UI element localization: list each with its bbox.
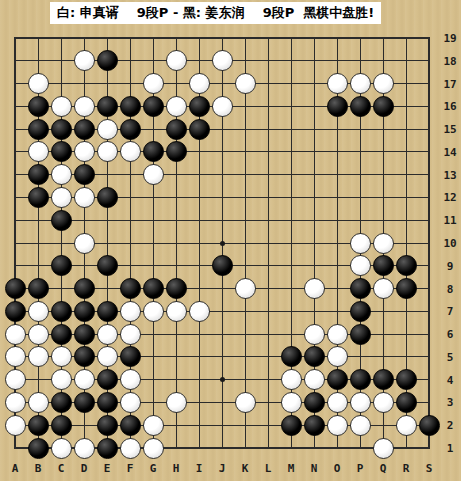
col-label-L: L	[265, 462, 272, 475]
stone-black	[51, 119, 72, 140]
stone-black	[51, 324, 72, 345]
row-label-8: 8	[447, 282, 454, 295]
grid-line	[268, 37, 269, 449]
col-label-C: C	[58, 462, 65, 475]
stone-white	[5, 324, 26, 345]
stone-black	[28, 96, 49, 117]
stone-white	[327, 415, 348, 436]
stone-white	[97, 346, 118, 367]
stone-white	[120, 369, 141, 390]
row-label-16: 16	[443, 100, 456, 113]
stone-black	[166, 119, 187, 140]
stone-white	[28, 301, 49, 322]
stone-white	[143, 301, 164, 322]
stone-white	[189, 73, 210, 94]
row-label-18: 18	[443, 54, 456, 67]
stone-black	[97, 301, 118, 322]
stone-white	[97, 119, 118, 140]
stone-white	[350, 392, 371, 413]
col-label-K: K	[242, 462, 249, 475]
row-label-15: 15	[443, 123, 456, 136]
stone-black	[97, 415, 118, 436]
stone-black	[304, 392, 325, 413]
stone-black	[51, 210, 72, 231]
stone-black	[74, 119, 95, 140]
row-label-9: 9	[447, 259, 454, 272]
stone-black	[281, 346, 302, 367]
stone-black	[396, 255, 417, 276]
star-point	[220, 241, 225, 246]
stone-white	[373, 392, 394, 413]
row-label-3: 3	[447, 396, 454, 409]
stone-white	[51, 438, 72, 459]
stone-black	[51, 301, 72, 322]
stone-white	[281, 392, 302, 413]
stone-black	[304, 415, 325, 436]
stone-black	[97, 96, 118, 117]
stone-black	[350, 301, 371, 322]
stone-black	[28, 119, 49, 140]
stone-black	[51, 141, 72, 162]
stone-white	[304, 369, 325, 390]
stone-white	[235, 392, 256, 413]
stone-white	[143, 415, 164, 436]
stone-white	[97, 141, 118, 162]
stone-white	[373, 73, 394, 94]
col-label-A: A	[12, 462, 19, 475]
stone-white	[28, 324, 49, 345]
stone-white	[74, 233, 95, 254]
stone-black	[166, 278, 187, 299]
stone-black	[5, 278, 26, 299]
stone-black	[350, 278, 371, 299]
stone-white	[74, 96, 95, 117]
stone-white	[166, 301, 187, 322]
stone-black	[74, 324, 95, 345]
stone-black	[419, 415, 440, 436]
stone-black	[373, 255, 394, 276]
row-label-13: 13	[443, 168, 456, 181]
stone-white	[166, 50, 187, 71]
stone-black	[28, 278, 49, 299]
stone-white	[74, 369, 95, 390]
stone-black	[97, 392, 118, 413]
stone-black	[120, 96, 141, 117]
stone-black	[327, 96, 348, 117]
stone-white	[281, 369, 302, 390]
stone-black	[28, 187, 49, 208]
stone-black	[51, 415, 72, 436]
stone-white	[74, 438, 95, 459]
stone-white	[166, 392, 187, 413]
stone-white	[235, 73, 256, 94]
stone-white	[120, 392, 141, 413]
stone-white	[51, 164, 72, 185]
stone-white	[51, 96, 72, 117]
row-label-19: 19	[443, 32, 456, 45]
stone-black	[143, 96, 164, 117]
col-label-M: M	[288, 462, 295, 475]
stone-black	[396, 392, 417, 413]
stone-black	[97, 255, 118, 276]
stone-black	[74, 164, 95, 185]
go-board[interactable]: ABCDEFGHIJKLMNOPQRS191817161514131211109…	[0, 0, 461, 481]
stone-black	[74, 392, 95, 413]
stone-white	[28, 73, 49, 94]
stone-black	[350, 369, 371, 390]
stone-white	[5, 346, 26, 367]
stone-white	[304, 278, 325, 299]
col-label-E: E	[104, 462, 111, 475]
stone-black	[350, 96, 371, 117]
row-label-14: 14	[443, 145, 456, 158]
stone-white	[350, 233, 371, 254]
stone-black	[28, 164, 49, 185]
go-game-viewer: 白: 申真谞 9段P - 黑: 姜东润 9段P 黑棋中盘胜! ABCDEFGHI…	[0, 0, 461, 481]
stone-white	[74, 187, 95, 208]
row-label-1: 1	[447, 442, 454, 455]
stone-black	[189, 96, 210, 117]
col-label-O: O	[334, 462, 341, 475]
row-label-2: 2	[447, 419, 454, 432]
stone-black	[51, 255, 72, 276]
stone-white	[373, 233, 394, 254]
stone-white	[212, 96, 233, 117]
col-label-D: D	[81, 462, 88, 475]
stone-white	[396, 415, 417, 436]
stone-white	[51, 346, 72, 367]
row-label-17: 17	[443, 77, 456, 90]
stone-black	[143, 278, 164, 299]
stone-white	[51, 369, 72, 390]
row-label-6: 6	[447, 328, 454, 341]
grid-line	[428, 37, 430, 449]
row-label-10: 10	[443, 237, 456, 250]
col-label-B: B	[35, 462, 42, 475]
stone-black	[97, 187, 118, 208]
col-label-F: F	[127, 462, 134, 475]
stone-white	[212, 50, 233, 71]
stone-white	[350, 415, 371, 436]
stone-white	[28, 392, 49, 413]
stone-black	[97, 50, 118, 71]
row-label-4: 4	[447, 373, 454, 386]
stone-white	[28, 141, 49, 162]
stone-white	[28, 346, 49, 367]
stone-black	[120, 346, 141, 367]
stone-black	[189, 119, 210, 140]
stone-white	[350, 73, 371, 94]
stone-black	[120, 415, 141, 436]
col-label-P: P	[357, 462, 364, 475]
col-label-J: J	[219, 462, 226, 475]
stone-white	[5, 392, 26, 413]
col-label-G: G	[150, 462, 157, 475]
stone-black	[327, 369, 348, 390]
stone-black	[51, 392, 72, 413]
stone-white	[143, 438, 164, 459]
stone-black	[212, 255, 233, 276]
stone-white	[5, 415, 26, 436]
col-label-N: N	[311, 462, 318, 475]
col-label-S: S	[426, 462, 433, 475]
stone-black	[28, 438, 49, 459]
stone-black	[143, 141, 164, 162]
stone-black	[166, 141, 187, 162]
col-label-R: R	[403, 462, 410, 475]
stone-black	[373, 369, 394, 390]
stone-white	[74, 50, 95, 71]
stone-white	[350, 255, 371, 276]
stone-white	[373, 278, 394, 299]
stone-white	[120, 324, 141, 345]
stone-white	[235, 278, 256, 299]
stone-white	[97, 324, 118, 345]
stone-black	[74, 278, 95, 299]
stone-black	[74, 301, 95, 322]
stone-black	[120, 119, 141, 140]
stone-white	[373, 438, 394, 459]
stone-white	[120, 141, 141, 162]
row-label-12: 12	[443, 191, 456, 204]
stone-black	[28, 415, 49, 436]
star-point	[220, 377, 225, 382]
stone-black	[120, 278, 141, 299]
stone-white	[120, 301, 141, 322]
grid-line	[245, 37, 246, 449]
stone-black	[304, 346, 325, 367]
stone-white	[5, 369, 26, 390]
stone-white	[189, 301, 210, 322]
stone-white	[327, 324, 348, 345]
stone-white	[143, 164, 164, 185]
stone-black	[396, 278, 417, 299]
stone-white	[166, 96, 187, 117]
row-label-5: 5	[447, 350, 454, 363]
stone-black	[97, 438, 118, 459]
row-label-11: 11	[443, 214, 456, 227]
stone-black	[281, 415, 302, 436]
stone-white	[51, 187, 72, 208]
stone-black	[97, 369, 118, 390]
col-label-H: H	[173, 462, 180, 475]
stone-black	[5, 301, 26, 322]
stone-black	[373, 96, 394, 117]
col-label-Q: Q	[380, 462, 387, 475]
stone-white	[120, 438, 141, 459]
col-label-I: I	[196, 462, 203, 475]
stone-white	[74, 141, 95, 162]
stone-white	[304, 324, 325, 345]
stone-black	[396, 369, 417, 390]
stone-white	[327, 73, 348, 94]
stone-white	[327, 392, 348, 413]
stone-black	[74, 346, 95, 367]
stone-black	[350, 324, 371, 345]
stone-white	[327, 346, 348, 367]
stone-white	[143, 73, 164, 94]
row-label-7: 7	[447, 305, 454, 318]
